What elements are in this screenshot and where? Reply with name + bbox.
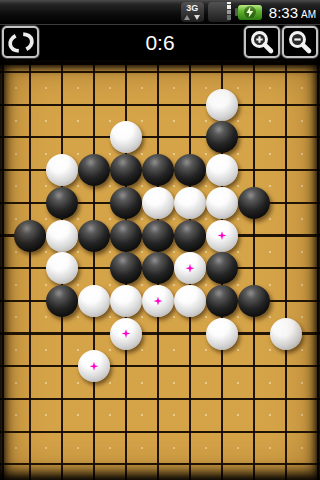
cell-dot [77,251,79,253]
stone-white [46,220,78,252]
stone-white [270,318,302,350]
cell-dot [173,349,175,351]
cell-dot [269,87,271,89]
stone-black [142,154,174,186]
stone-black [142,220,174,252]
stone-black [78,220,110,252]
cell-dot [15,349,17,351]
stone-black [238,285,270,317]
zoom-in-button[interactable] [244,26,280,58]
cell-dot [301,284,303,286]
cell-dot [173,382,175,384]
stone-black [174,154,206,186]
cell-dot [15,284,17,286]
cell-dot [237,251,239,253]
board-edge-top [0,62,320,65]
cell-dot [269,382,271,384]
cell-dot [141,218,143,220]
cell-dot [15,87,17,89]
cell-dot [301,251,303,253]
stone-black [110,154,142,186]
cell-dot [269,251,271,253]
cell-dot [301,382,303,384]
cell-dot [15,120,17,122]
cell-dot [77,153,79,155]
cell-dot [45,218,47,220]
cell-dot [237,87,239,89]
stone-white [206,220,238,252]
cell-dot [141,316,143,318]
cell-dot [301,185,303,187]
cell-dot [237,316,239,318]
stone-black [46,187,78,219]
cell-dot [109,218,111,220]
cell-dot [205,218,207,220]
clock-meridiem: AM [301,9,316,20]
stone-white [174,285,206,317]
win-marker-icon [154,296,163,305]
battery-charging-icon [235,5,262,20]
stone-white [78,350,110,382]
cell-dot [77,382,79,384]
cell-dot [77,120,79,122]
cell-dot [301,414,303,416]
cell-dot [237,414,239,416]
stone-white [46,252,78,284]
cell-dot [205,349,207,351]
data-traffic-arrows-icon [184,15,200,20]
cell-dot [45,153,47,155]
stone-black [206,121,238,153]
cell-dot [301,447,303,449]
cell-dot [301,218,303,220]
cell-dot [237,218,239,220]
stone-white [110,285,142,317]
cell-dot [269,349,271,351]
stone-white [174,187,206,219]
cell-dot [269,316,271,318]
cell-dot [205,284,207,286]
cell-dot [109,447,111,449]
status-clock: 8:33 AM [269,4,316,21]
cell-dot [15,218,17,220]
cell-dot [109,382,111,384]
win-marker-icon [186,264,195,273]
loop-icon [6,30,36,55]
cell-dot [269,414,271,416]
stone-white [206,154,238,186]
cell-dot [15,382,17,384]
cell-dot [141,185,143,187]
win-marker-icon [122,329,131,338]
stone-black [174,220,206,252]
cell-dot [15,185,17,187]
cell-dot [141,414,143,416]
cell-dot [45,316,47,318]
cell-dot [109,284,111,286]
cell-dot [109,316,111,318]
cell-dot [173,218,175,220]
app-screen: 3G 8:33 AM 0:6 [0,0,320,480]
cell-dot [45,414,47,416]
stone-white [110,318,142,350]
magnifier-minus-icon [287,29,313,55]
stone-white [142,285,174,317]
cell-dot [301,153,303,155]
cell-dot [141,120,143,122]
cell-dot [237,447,239,449]
loop-button[interactable] [2,26,39,58]
cell-dot [77,349,79,351]
win-marker-icon [90,362,99,371]
cell-dot [15,153,17,155]
cell-dot [269,185,271,187]
cell-dot [205,153,207,155]
board-edge-left [2,60,4,480]
cell-dot [205,447,207,449]
stone-white [142,187,174,219]
cell-dot [205,382,207,384]
cell-dot [77,284,79,286]
cell-dot [173,87,175,89]
cell-dot [205,87,207,89]
cell-dot [77,218,79,220]
stone-white [206,318,238,350]
cell-dot [45,349,47,351]
cell-dot [141,251,143,253]
cell-dot [301,87,303,89]
cell-dot [15,447,17,449]
cell-dot [269,120,271,122]
stone-white [206,89,238,121]
cell-dot [109,153,111,155]
stone-black [14,220,46,252]
mobile-data-3g-icon: 3G [181,2,204,22]
cell-dot [77,185,79,187]
cell-dot [109,349,111,351]
cell-dot [45,382,47,384]
cell-dot [173,316,175,318]
stone-black [206,252,238,284]
cell-dot [141,382,143,384]
cell-dot [237,153,239,155]
stone-white [110,121,142,153]
cell-dot [237,185,239,187]
status-bar: 3G 8:33 AM [0,0,320,25]
cell-dot [15,316,17,318]
cell-dot [269,153,271,155]
cell-dot [205,316,207,318]
cell-dot [173,185,175,187]
cell-dot [141,349,143,351]
cell-dot [15,414,17,416]
cell-dot [205,251,207,253]
cell-dot [45,251,47,253]
cell-dot [141,153,143,155]
cell-dot [205,120,207,122]
cell-dot [173,414,175,416]
clock-time: 8:33 [269,4,298,21]
stone-black [142,252,174,284]
cell-dot [45,120,47,122]
zoom-out-button[interactable] [282,26,318,58]
cell-dot [301,349,303,351]
cell-dot [77,316,79,318]
cell-dot [173,251,175,253]
toolbar: 0:6 [0,25,320,60]
stone-black [110,187,142,219]
cell-dot [109,120,111,122]
cell-dot [237,284,239,286]
stone-black [46,285,78,317]
cell-dot [269,447,271,449]
cell-dot [205,414,207,416]
signal-strength-icon [208,2,231,22]
stone-black [110,220,142,252]
cell-dot [109,87,111,89]
cell-dot [301,120,303,122]
cell-dot [237,349,239,351]
stone-white [206,187,238,219]
cell-dot [237,120,239,122]
cell-dot [141,447,143,449]
cell-dot [15,251,17,253]
cell-dot [141,284,143,286]
cell-dot [205,185,207,187]
stone-black [206,285,238,317]
network-type-label: 3G [186,4,198,13]
cell-dot [109,251,111,253]
cell-dot [141,87,143,89]
cell-dot [173,284,175,286]
stone-black [110,252,142,284]
cell-dot [45,87,47,89]
cell-dot [173,447,175,449]
cell-dot [173,120,175,122]
win-marker-icon [218,231,227,240]
stone-white [46,154,78,186]
cell-dot [237,382,239,384]
cell-dot [269,218,271,220]
stone-black [78,154,110,186]
cell-dot [173,153,175,155]
cell-dot [77,87,79,89]
goban[interactable] [0,60,320,480]
cell-dot [77,414,79,416]
lightning-bolt-icon [246,7,253,18]
stone-white [78,285,110,317]
cell-dot [301,316,303,318]
download-arrow-icon [194,15,200,20]
stone-white [174,252,206,284]
cell-dot [269,284,271,286]
cell-dot [77,447,79,449]
stone-black [238,187,270,219]
magnifier-plus-icon [249,29,275,55]
cell-dot [45,447,47,449]
cell-dot [109,185,111,187]
cell-dot [109,414,111,416]
cell-dot [45,185,47,187]
upload-arrow-icon [184,15,190,20]
cell-dot [45,284,47,286]
